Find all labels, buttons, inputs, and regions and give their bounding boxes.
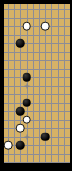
grid-line-horizontal: [4, 77, 70, 78]
grid-line-horizontal: [4, 154, 70, 155]
black-stone[interactable]: [22, 98, 31, 107]
grid-line-horizontal: [4, 145, 70, 146]
white-stone[interactable]: [16, 124, 25, 133]
grid-line-vertical: [51, 4, 52, 163]
board-frame: [0, 0, 72, 171]
black-stone[interactable]: [16, 39, 25, 48]
grid-line-horizontal: [4, 60, 70, 61]
white-stone[interactable]: [22, 115, 31, 124]
white-stone[interactable]: [4, 141, 12, 150]
grid-line-vertical: [20, 4, 21, 163]
grid-line-horizontal: [4, 35, 70, 36]
grid-line-vertical: [39, 4, 40, 163]
grid-line-horizontal: [4, 128, 70, 129]
grid-line-horizontal: [4, 86, 70, 87]
grid-line-vertical: [8, 4, 9, 163]
grid-line-horizontal: [4, 137, 70, 138]
white-stone[interactable]: [22, 22, 31, 31]
black-stone[interactable]: [16, 107, 25, 116]
go-board[interactable]: [4, 4, 70, 163]
grid-line-horizontal: [4, 111, 70, 112]
grid-line-vertical: [58, 4, 59, 163]
black-stone[interactable]: [41, 132, 50, 141]
grid-line-vertical: [64, 4, 65, 163]
black-stone[interactable]: [16, 141, 25, 150]
grid-line-horizontal: [4, 26, 70, 27]
grid-line-horizontal: [4, 120, 70, 121]
star-point-marker: [24, 134, 29, 139]
grid-line-vertical: [33, 4, 34, 163]
black-stone[interactable]: [22, 73, 31, 82]
grid-line-horizontal: [4, 69, 70, 70]
star-point-marker: [24, 83, 29, 88]
grid-line-vertical: [14, 4, 15, 163]
white-stone[interactable]: [41, 22, 50, 31]
grid-line-horizontal: [4, 162, 70, 163]
grid-line-horizontal: [4, 43, 70, 44]
grid-line-horizontal: [4, 9, 70, 10]
grid-line-horizontal: [4, 103, 70, 104]
grid-line-horizontal: [4, 18, 70, 19]
grid-line-horizontal: [4, 94, 70, 95]
grid-line-horizontal: [4, 52, 70, 53]
